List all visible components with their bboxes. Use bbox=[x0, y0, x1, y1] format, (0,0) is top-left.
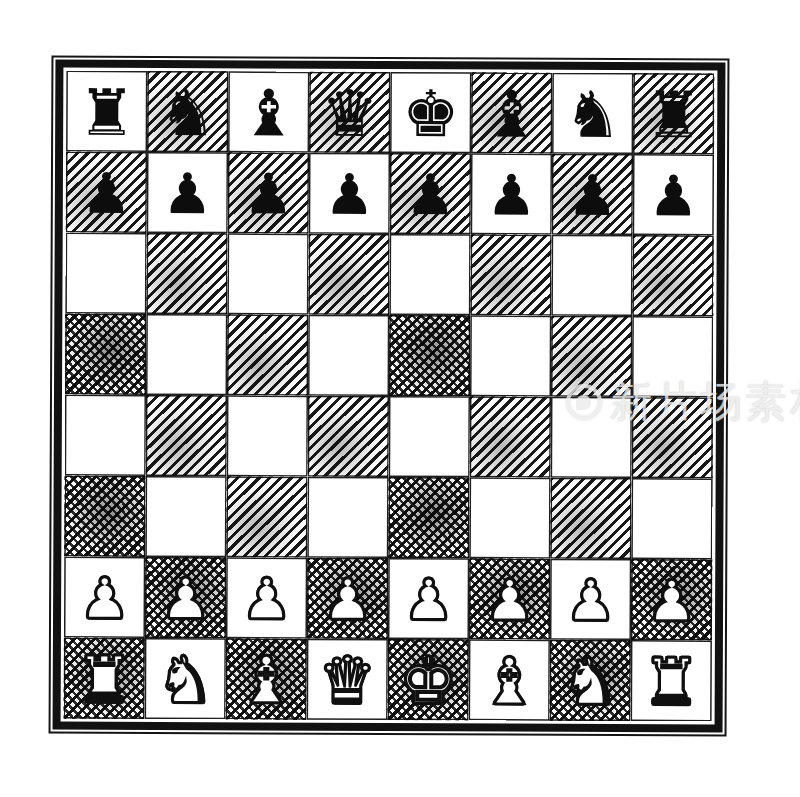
piece-white-pawn: ♟ bbox=[484, 572, 534, 628]
square-d8[interactable]: ♛ bbox=[309, 72, 390, 153]
piece-white-pawn: ♟ bbox=[322, 571, 372, 627]
square-a5[interactable] bbox=[65, 314, 146, 395]
square-f1[interactable]: ♝ bbox=[469, 639, 550, 720]
square-a7[interactable]: ♟ bbox=[66, 152, 147, 233]
piece-black-king: ♚ bbox=[402, 82, 460, 146]
square-d1[interactable]: ♛ bbox=[307, 639, 388, 720]
piece-white-pawn: ♟ bbox=[160, 571, 210, 627]
square-c4[interactable] bbox=[227, 395, 308, 476]
piece-black-queen: ♛ bbox=[321, 81, 379, 145]
board-inner-frame: ♜♞♝♛♚♝♞♜♟♟♟♟♟♟♟♟♟♟♟♟♟♟♟♟♜♞♝♛♚♝♞♜ bbox=[53, 60, 726, 733]
piece-black-pawn: ♟ bbox=[162, 166, 212, 222]
square-g4[interactable] bbox=[551, 397, 632, 478]
square-f7[interactable]: ♟ bbox=[471, 153, 552, 234]
piece-white-knight: ♞ bbox=[156, 647, 214, 711]
piece-white-bishop: ♝ bbox=[480, 649, 538, 713]
square-e2[interactable]: ♟ bbox=[388, 558, 469, 639]
piece-black-pawn: ♟ bbox=[567, 167, 617, 223]
piece-black-pawn: ♟ bbox=[324, 166, 374, 222]
piece-black-bishop: ♝ bbox=[240, 81, 298, 145]
square-e7[interactable]: ♟ bbox=[390, 153, 471, 234]
square-c1[interactable]: ♝ bbox=[226, 638, 307, 719]
square-e3[interactable] bbox=[388, 477, 469, 558]
piece-white-pawn: ♟ bbox=[403, 572, 453, 628]
piece-white-rook: ♜ bbox=[642, 650, 700, 714]
square-h2[interactable]: ♟ bbox=[631, 559, 712, 640]
piece-black-knight: ♞ bbox=[159, 80, 217, 144]
square-c8[interactable]: ♝ bbox=[228, 71, 309, 152]
piece-white-pawn: ♟ bbox=[241, 571, 291, 627]
square-g1[interactable]: ♞ bbox=[550, 640, 631, 721]
square-f4[interactable] bbox=[470, 396, 551, 477]
piece-black-pawn: ♟ bbox=[486, 167, 536, 223]
square-a6[interactable] bbox=[65, 233, 146, 314]
square-h6[interactable] bbox=[632, 235, 713, 316]
square-g7[interactable]: ♟ bbox=[552, 154, 633, 235]
square-b1[interactable]: ♞ bbox=[145, 638, 226, 719]
square-b5[interactable] bbox=[146, 314, 227, 395]
square-c5[interactable] bbox=[227, 314, 308, 395]
piece-black-pawn: ♟ bbox=[81, 165, 131, 221]
square-c6[interactable] bbox=[227, 233, 308, 314]
square-a1[interactable]: ♜ bbox=[64, 638, 145, 719]
square-h1[interactable]: ♜ bbox=[631, 640, 712, 721]
piece-white-knight: ♞ bbox=[561, 649, 619, 713]
square-g6[interactable] bbox=[551, 235, 632, 316]
piece-black-rook: ♜ bbox=[78, 80, 136, 144]
piece-black-pawn: ♟ bbox=[648, 168, 698, 224]
square-a4[interactable] bbox=[65, 395, 146, 476]
square-a2[interactable]: ♟ bbox=[64, 557, 145, 638]
square-e4[interactable] bbox=[389, 396, 470, 477]
square-b2[interactable]: ♟ bbox=[145, 557, 226, 638]
square-f6[interactable] bbox=[470, 234, 551, 315]
square-e5[interactable] bbox=[389, 315, 470, 396]
square-b8[interactable]: ♞ bbox=[147, 71, 228, 152]
square-e8[interactable]: ♚ bbox=[390, 72, 471, 153]
piece-white-pawn: ♟ bbox=[565, 572, 615, 628]
square-h7[interactable]: ♟ bbox=[633, 154, 714, 235]
piece-white-pawn: ♟ bbox=[646, 573, 696, 629]
piece-black-bishop: ♝ bbox=[483, 82, 541, 146]
square-h4[interactable] bbox=[632, 397, 713, 478]
square-f5[interactable] bbox=[470, 315, 551, 396]
piece-black-rook: ♜ bbox=[645, 83, 703, 147]
engraving-page: ♜♞♝♛♚♝♞♜♟♟♟♟♟♟♟♟♟♟♟♟♟♟♟♟♜♞♝♛♚♝♞♜ 新片场素材 bbox=[0, 0, 800, 797]
square-d2[interactable]: ♟ bbox=[307, 558, 388, 639]
square-d3[interactable] bbox=[307, 477, 388, 558]
square-h8[interactable]: ♜ bbox=[633, 73, 714, 154]
square-e1[interactable]: ♚ bbox=[388, 639, 469, 720]
square-c2[interactable]: ♟ bbox=[226, 557, 307, 638]
square-d4[interactable] bbox=[308, 396, 389, 477]
square-c3[interactable] bbox=[226, 476, 307, 557]
square-b3[interactable] bbox=[145, 476, 226, 557]
square-a8[interactable]: ♜ bbox=[66, 71, 147, 152]
piece-white-queen: ♛ bbox=[318, 648, 376, 712]
square-a3[interactable] bbox=[64, 476, 145, 557]
chess-board: ♜♞♝♛♚♝♞♜♟♟♟♟♟♟♟♟♟♟♟♟♟♟♟♟♜♞♝♛♚♝♞♜ bbox=[49, 56, 730, 737]
piece-black-pawn: ♟ bbox=[243, 166, 293, 222]
square-d6[interactable] bbox=[308, 234, 389, 315]
square-g3[interactable] bbox=[550, 478, 631, 559]
square-f8[interactable]: ♝ bbox=[471, 72, 552, 153]
piece-white-pawn: ♟ bbox=[79, 570, 129, 626]
square-e6[interactable] bbox=[389, 234, 470, 315]
piece-black-knight: ♞ bbox=[564, 82, 622, 146]
square-b4[interactable] bbox=[146, 395, 227, 476]
square-d7[interactable]: ♟ bbox=[309, 153, 390, 234]
square-g2[interactable]: ♟ bbox=[550, 559, 631, 640]
square-g5[interactable] bbox=[551, 316, 632, 397]
square-b7[interactable]: ♟ bbox=[147, 152, 228, 233]
square-g8[interactable]: ♞ bbox=[552, 73, 633, 154]
square-c7[interactable]: ♟ bbox=[228, 152, 309, 233]
square-d5[interactable] bbox=[308, 315, 389, 396]
piece-white-rook: ♜ bbox=[75, 647, 133, 711]
square-b6[interactable] bbox=[146, 233, 227, 314]
square-f2[interactable]: ♟ bbox=[469, 558, 550, 639]
piece-white-bishop: ♝ bbox=[237, 648, 295, 712]
square-h3[interactable] bbox=[631, 478, 712, 559]
board-grid: ♜♞♝♛♚♝♞♜♟♟♟♟♟♟♟♟♟♟♟♟♟♟♟♟♜♞♝♛♚♝♞♜ bbox=[64, 71, 715, 722]
piece-white-king: ♚ bbox=[399, 649, 457, 713]
square-f3[interactable] bbox=[469, 477, 550, 558]
piece-black-pawn: ♟ bbox=[405, 167, 455, 223]
square-h5[interactable] bbox=[632, 316, 713, 397]
